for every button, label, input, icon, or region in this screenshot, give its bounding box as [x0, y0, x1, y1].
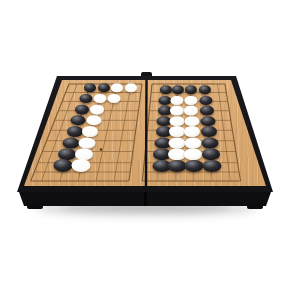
grid-lines: [0, 0, 290, 290]
black-stone[interactable]: [184, 159, 203, 172]
black-stone[interactable]: [202, 159, 221, 172]
black-stone[interactable]: [62, 137, 79, 149]
black-stone[interactable]: [54, 159, 73, 172]
black-stone[interactable]: [200, 106, 214, 116]
white-stone[interactable]: [79, 137, 96, 149]
hinge-gap: [144, 192, 147, 206]
black-stone[interactable]: [201, 126, 217, 137]
white-stone[interactable]: [184, 137, 201, 149]
black-stone[interactable]: [198, 85, 210, 94]
black-stone[interactable]: [67, 126, 83, 137]
black-stone[interactable]: [201, 137, 218, 149]
board-foot-right: [247, 204, 263, 209]
black-stone[interactable]: [84, 83, 96, 92]
star-point: [100, 148, 102, 150]
white-stone[interactable]: [169, 137, 186, 149]
black-stone[interactable]: [75, 105, 89, 115]
black-stone[interactable]: [171, 85, 183, 94]
white-stone[interactable]: [82, 126, 98, 137]
white-stone[interactable]: [111, 83, 123, 92]
white-stone[interactable]: [169, 126, 185, 137]
white-stone[interactable]: [71, 159, 90, 172]
board-foot-left: [27, 204, 43, 209]
black-stone[interactable]: [184, 85, 196, 94]
white-stone[interactable]: [184, 106, 198, 116]
white-stone[interactable]: [108, 94, 121, 103]
white-stone[interactable]: [170, 106, 184, 116]
black-stone[interactable]: [80, 94, 93, 103]
white-stone[interactable]: [184, 126, 200, 137]
white-stone[interactable]: [90, 105, 104, 115]
white-stone[interactable]: [94, 94, 107, 103]
white-stone[interactable]: [125, 83, 137, 92]
black-stone[interactable]: [160, 85, 172, 94]
black-stone[interactable]: [98, 83, 110, 92]
product-photo-scene: Magnetic folding go board opened flat, p…: [0, 0, 290, 290]
